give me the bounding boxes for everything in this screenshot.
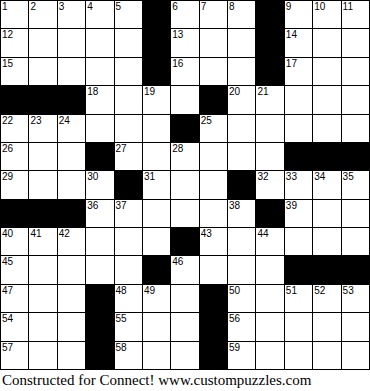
clue-number: 5: [116, 1, 122, 12]
crossword-cell[interactable]: [58, 285, 85, 312]
clue-number: 44: [257, 228, 268, 239]
crossword-cell[interactable]: 3: [58, 1, 85, 28]
crossword-cell[interactable]: 58: [115, 342, 142, 369]
crossword-cell[interactable]: [313, 228, 340, 255]
crossword-cell[interactable]: [313, 29, 340, 56]
crossword-cell[interactable]: [342, 58, 369, 85]
crossword-cell[interactable]: [171, 285, 198, 312]
clue-number: 34: [314, 171, 325, 182]
crossword-cell[interactable]: 18: [86, 86, 113, 113]
clue-number: 49: [144, 285, 155, 296]
crossword-cell[interactable]: 40: [1, 228, 28, 255]
crossword-cell[interactable]: [143, 342, 170, 369]
crossword-cell[interactable]: [342, 86, 369, 113]
crossword-cell[interactable]: 20: [228, 86, 255, 113]
crossword-cell[interactable]: 12: [1, 29, 28, 56]
crossword-cell[interactable]: [86, 256, 113, 283]
crossword-cell[interactable]: [256, 285, 283, 312]
crossword-cell[interactable]: 29: [1, 171, 28, 198]
crossword-block-cell: [86, 285, 113, 312]
clue-number: 8: [229, 1, 235, 12]
crossword-cell[interactable]: [58, 342, 85, 369]
crossword-cell[interactable]: 51: [285, 285, 312, 312]
crossword-cell[interactable]: 34: [313, 171, 340, 198]
clue-number: 54: [2, 313, 13, 324]
crossword-block-cell: [86, 342, 113, 369]
crossword-cell[interactable]: [228, 115, 255, 142]
crossword-cell[interactable]: 10: [313, 1, 340, 28]
crossword-cell[interactable]: 59: [228, 342, 255, 369]
crossword-cell[interactable]: [171, 86, 198, 113]
crossword-cell[interactable]: [313, 313, 340, 340]
crossword-cell[interactable]: [228, 143, 255, 170]
crossword-block-cell: [200, 285, 227, 312]
crossword-block-cell: [342, 143, 369, 170]
crossword-cell[interactable]: [228, 58, 255, 85]
crossword-cell[interactable]: 28: [171, 143, 198, 170]
crossword-block-cell: [143, 1, 170, 28]
crossword-cell[interactable]: 57: [1, 342, 28, 369]
crossword-cell[interactable]: [256, 313, 283, 340]
crossword-block-cell: [285, 143, 312, 170]
crossword-cell[interactable]: [256, 115, 283, 142]
crossword-cell[interactable]: [256, 143, 283, 170]
clue-number: 9: [286, 1, 292, 12]
clue-number: 33: [286, 171, 297, 182]
clue-number: 2: [30, 1, 36, 12]
clue-number: 16: [172, 58, 183, 69]
clue-number: 26: [2, 143, 13, 154]
crossword-cell[interactable]: 43: [200, 228, 227, 255]
clue-number: 23: [30, 115, 41, 126]
clue-number: 37: [116, 200, 127, 211]
crossword-cell[interactable]: 11: [342, 1, 369, 28]
clue-number: 32: [257, 171, 268, 182]
crossword-cell[interactable]: [29, 256, 56, 283]
crossword-cell[interactable]: 27: [115, 143, 142, 170]
clue-number: 22: [2, 115, 13, 126]
clue-number: 29: [2, 171, 13, 182]
clue-number: 47: [2, 285, 13, 296]
crossword-cell[interactable]: 38: [228, 200, 255, 227]
crossword-cell[interactable]: [200, 171, 227, 198]
crossword-cell[interactable]: 41: [29, 228, 56, 255]
crossword-block-cell: [171, 115, 198, 142]
crossword-cell[interactable]: 24: [58, 115, 85, 142]
crossword-cell[interactable]: 32: [256, 171, 283, 198]
clue-number: 30: [87, 171, 98, 182]
crossword-cell[interactable]: [115, 228, 142, 255]
clue-number: 39: [286, 200, 297, 211]
crossword-cell[interactable]: 31: [143, 171, 170, 198]
crossword-cell[interactable]: [115, 29, 142, 56]
crossword-cell[interactable]: 55: [115, 313, 142, 340]
clue-number: 40: [2, 228, 13, 239]
clue-number: 48: [116, 285, 127, 296]
clue-number: 58: [116, 342, 127, 353]
crossword-cell[interactable]: 16: [171, 58, 198, 85]
clue-number: 7: [201, 1, 207, 12]
crossword-block-cell: [86, 143, 113, 170]
crossword-cell[interactable]: [29, 342, 56, 369]
crossword-cell[interactable]: [228, 228, 255, 255]
crossword-cell[interactable]: [29, 143, 56, 170]
clue-number: 11: [343, 1, 353, 12]
crossword-block-cell: [1, 86, 28, 113]
crossword-cell[interactable]: [143, 313, 170, 340]
crossword-cell[interactable]: 44: [256, 228, 283, 255]
crossword-cell[interactable]: [86, 29, 113, 56]
clue-number: 25: [201, 115, 212, 126]
clue-number: 59: [229, 342, 240, 353]
crossword-cell[interactable]: [285, 342, 312, 369]
crossword-cell[interactable]: 5: [115, 1, 142, 28]
crossword-cell[interactable]: [285, 86, 312, 113]
crossword-cell[interactable]: [143, 143, 170, 170]
crossword-cell[interactable]: [313, 58, 340, 85]
puzzle-caption: Constructed for Connect! www.custompuzzl…: [0, 370, 370, 391]
crossword-block-cell: [143, 29, 170, 56]
crossword-cell[interactable]: 25: [200, 115, 227, 142]
crossword-cell[interactable]: [29, 29, 56, 56]
crossword-cell[interactable]: [115, 115, 142, 142]
crossword-block-cell: [256, 29, 283, 56]
clue-number: 52: [314, 285, 325, 296]
clue-number: 13: [172, 29, 183, 40]
crossword-cell[interactable]: 52: [313, 285, 340, 312]
clue-number: 3: [59, 1, 65, 12]
clue-number: 36: [87, 200, 98, 211]
crossword-block-cell: [1, 200, 28, 227]
clue-number: 6: [172, 1, 178, 12]
crossword-cell[interactable]: 30: [86, 171, 113, 198]
crossword-cell[interactable]: 46: [171, 256, 198, 283]
crossword-cell[interactable]: [171, 313, 198, 340]
crossword-cell[interactable]: 13: [171, 29, 198, 56]
crossword-cell[interactable]: 50: [228, 285, 255, 312]
clue-number: 38: [229, 200, 240, 211]
crossword-cell[interactable]: 39: [285, 200, 312, 227]
clue-number: 20: [229, 86, 240, 97]
crossword-cell[interactable]: [256, 342, 283, 369]
clue-number: 42: [59, 228, 70, 239]
crossword-cell[interactable]: 6: [171, 1, 198, 28]
crossword-cell[interactable]: [58, 313, 85, 340]
crossword-cell[interactable]: [115, 58, 142, 85]
crossword-cell[interactable]: 21: [256, 86, 283, 113]
crossword-cell[interactable]: [342, 200, 369, 227]
clue-number: 55: [116, 313, 127, 324]
crossword-cell[interactable]: 35: [342, 171, 369, 198]
crossword-block-cell: [200, 313, 227, 340]
crossword-cell[interactable]: [313, 115, 340, 142]
crossword-cell[interactable]: [200, 143, 227, 170]
crossword-block-cell: [86, 313, 113, 340]
clue-number: 57: [2, 342, 13, 353]
crossword-cell[interactable]: [228, 256, 255, 283]
crossword-cell[interactable]: 26: [1, 143, 28, 170]
clue-number: 10: [314, 1, 325, 12]
crossword-block-cell: [171, 228, 198, 255]
crossword-cell[interactable]: 53: [342, 285, 369, 312]
clue-number: 4: [87, 1, 93, 12]
crossword-cell[interactable]: [171, 200, 198, 227]
crossword-block-cell: [200, 86, 227, 113]
clue-number: 1: [2, 1, 8, 12]
clue-number: 51: [286, 285, 297, 296]
crossword-cell[interactable]: 22: [1, 115, 28, 142]
crossword-block-cell: [256, 58, 283, 85]
crossword-cell[interactable]: [115, 86, 142, 113]
crossword-cell[interactable]: [256, 256, 283, 283]
crossword-cell[interactable]: 17: [285, 58, 312, 85]
crossword-cell[interactable]: [285, 313, 312, 340]
crossword-cell[interactable]: 15: [1, 58, 28, 85]
clue-number: 28: [172, 143, 183, 154]
crossword-cell[interactable]: [200, 29, 227, 56]
crossword-block-cell: [313, 256, 340, 283]
crossword-cell[interactable]: [342, 29, 369, 56]
crossword-cell[interactable]: [285, 115, 312, 142]
clue-number: 31: [144, 171, 155, 182]
clue-number: 15: [2, 58, 13, 69]
crossword-cell[interactable]: 45: [1, 256, 28, 283]
crossword-cell[interactable]: [342, 115, 369, 142]
crossword-cell[interactable]: [58, 29, 85, 56]
crossword-block-cell: [29, 200, 56, 227]
clue-number: 43: [201, 228, 212, 239]
crossword-cell[interactable]: 54: [1, 313, 28, 340]
crossword-cell[interactable]: 1: [1, 1, 28, 28]
crossword-cell[interactable]: [58, 58, 85, 85]
crossword-cell[interactable]: [313, 342, 340, 369]
crossword-cell[interactable]: [200, 256, 227, 283]
crossword-cell[interactable]: [200, 58, 227, 85]
crossword-block-cell: [58, 200, 85, 227]
crossword-cell[interactable]: [29, 171, 56, 198]
crossword-block-cell: [143, 256, 170, 283]
crossword-cell[interactable]: 19: [143, 86, 170, 113]
crossword-block-cell: [58, 86, 85, 113]
clue-number: 24: [59, 115, 70, 126]
crossword-cell[interactable]: 8: [228, 1, 255, 28]
crossword-cell[interactable]: [143, 115, 170, 142]
crossword-cell[interactable]: [228, 29, 255, 56]
crossword-cell[interactable]: [29, 58, 56, 85]
crossword-cell[interactable]: [313, 200, 340, 227]
clue-number: 53: [343, 285, 354, 296]
crossword-cell[interactable]: [86, 228, 113, 255]
clue-number: 14: [286, 29, 297, 40]
crossword-cell[interactable]: [342, 342, 369, 369]
clue-number: 35: [343, 171, 354, 182]
crossword-cell[interactable]: 33: [285, 171, 312, 198]
crossword-cell[interactable]: [143, 228, 170, 255]
crossword-cell[interactable]: [313, 86, 340, 113]
crossword-block-cell: [228, 171, 255, 198]
crossword-cell[interactable]: 56: [228, 313, 255, 340]
crossword-cell[interactable]: 36: [86, 200, 113, 227]
clue-number: 17: [286, 58, 297, 69]
crossword-grid: 1234567891011121314151617181920212223242…: [0, 0, 370, 370]
clue-number: 27: [116, 143, 127, 154]
crossword-cell[interactable]: 2: [29, 1, 56, 28]
crossword-cell[interactable]: 48: [115, 285, 142, 312]
clue-number: 12: [2, 29, 13, 40]
crossword-cell[interactable]: 42: [58, 228, 85, 255]
crossword-cell[interactable]: [29, 313, 56, 340]
clue-number: 56: [229, 313, 240, 324]
crossword-cell[interactable]: 14: [285, 29, 312, 56]
crossword-cell[interactable]: [143, 200, 170, 227]
crossword-cell[interactable]: [200, 200, 227, 227]
clue-number: 18: [87, 86, 98, 97]
crossword-cell[interactable]: [86, 115, 113, 142]
clue-number: 41: [30, 228, 41, 239]
crossword-block-cell: [200, 342, 227, 369]
crossword-block-cell: [115, 171, 142, 198]
crossword-cell[interactable]: [285, 228, 312, 255]
crossword-cell[interactable]: [86, 58, 113, 85]
crossword-cell[interactable]: 4: [86, 1, 113, 28]
clue-number: 46: [172, 256, 183, 267]
crossword-block-cell: [342, 256, 369, 283]
clue-number: 21: [257, 86, 268, 97]
crossword-cell[interactable]: [58, 256, 85, 283]
crossword-cell[interactable]: 23: [29, 115, 56, 142]
crossword-block-cell: [285, 256, 312, 283]
crossword-cell[interactable]: [29, 285, 56, 312]
crossword-cell[interactable]: 9: [285, 1, 312, 28]
clue-number: 50: [229, 285, 240, 296]
crossword-cell[interactable]: [171, 171, 198, 198]
crossword-block-cell: [256, 200, 283, 227]
crossword-cell[interactable]: [171, 342, 198, 369]
crossword-cell[interactable]: [58, 171, 85, 198]
clue-number: 45: [2, 256, 13, 267]
crossword-block-cell: [256, 1, 283, 28]
crossword-cell[interactable]: [342, 313, 369, 340]
crossword-block-cell: [313, 143, 340, 170]
crossword-cell[interactable]: 37: [115, 200, 142, 227]
crossword-cell[interactable]: [342, 228, 369, 255]
crossword-cell[interactable]: 49: [143, 285, 170, 312]
crossword-cell[interactable]: 7: [200, 1, 227, 28]
crossword-cell[interactable]: 47: [1, 285, 28, 312]
crossword-block-cell: [143, 58, 170, 85]
crossword-block-cell: [29, 86, 56, 113]
clue-number: 19: [144, 86, 155, 97]
crossword-cell[interactable]: [115, 256, 142, 283]
crossword-cell[interactable]: [58, 143, 85, 170]
